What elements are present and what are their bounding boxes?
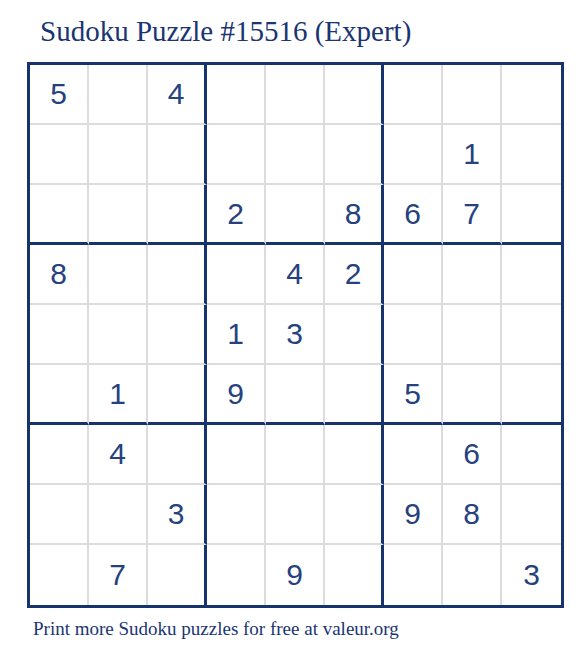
sudoku-cell-r1c2[interactable]	[89, 65, 148, 125]
sudoku-cell-r2c6[interactable]	[325, 125, 384, 185]
given-digit: 5	[404, 377, 421, 411]
sudoku-cell-r9c9[interactable]: 3	[502, 545, 561, 605]
sudoku-cell-r1c6[interactable]	[325, 65, 384, 125]
sudoku-cell-r9c7[interactable]	[384, 545, 443, 605]
sudoku-cell-r9c4[interactable]	[207, 545, 266, 605]
sudoku-cell-r9c8[interactable]	[443, 545, 502, 605]
sudoku-cell-r8c8[interactable]: 8	[443, 485, 502, 545]
sudoku-cell-r8c1[interactable]	[30, 485, 89, 545]
given-digit: 3	[286, 317, 303, 351]
sudoku-cell-r3c4[interactable]: 2	[207, 185, 266, 245]
sudoku-cell-r7c7[interactable]	[384, 425, 443, 485]
footer-credit: Print more Sudoku puzzles for free at va…	[33, 618, 580, 640]
sudoku-cell-r7c5[interactable]	[266, 425, 325, 485]
sudoku-cell-r5c3[interactable]	[148, 305, 207, 365]
page-title: Sudoku Puzzle #15516 (Expert)	[40, 15, 580, 48]
sudoku-cell-r1c4[interactable]	[207, 65, 266, 125]
sudoku-cell-r6c6[interactable]	[325, 365, 384, 425]
given-digit: 9	[404, 497, 421, 531]
sudoku-cell-r5c4[interactable]: 1	[207, 305, 266, 365]
sudoku-cell-r4c1[interactable]: 8	[30, 245, 89, 305]
given-digit: 7	[463, 197, 480, 231]
sudoku-cell-r3c1[interactable]	[30, 185, 89, 245]
sudoku-cell-r8c2[interactable]	[89, 485, 148, 545]
sudoku-cell-r9c1[interactable]	[30, 545, 89, 605]
sudoku-cell-r1c9[interactable]	[502, 65, 561, 125]
given-digit: 6	[463, 437, 480, 471]
sudoku-cell-r8c6[interactable]	[325, 485, 384, 545]
sudoku-cell-r3c5[interactable]	[266, 185, 325, 245]
sudoku-cell-r8c4[interactable]	[207, 485, 266, 545]
sudoku-cell-r4c4[interactable]	[207, 245, 266, 305]
sudoku-cell-r4c2[interactable]	[89, 245, 148, 305]
sudoku-cell-r7c6[interactable]	[325, 425, 384, 485]
sudoku-cell-r5c8[interactable]	[443, 305, 502, 365]
sudoku-cell-r5c2[interactable]	[89, 305, 148, 365]
sudoku-cell-r4c7[interactable]	[384, 245, 443, 305]
sudoku-cell-r8c5[interactable]	[266, 485, 325, 545]
given-digit: 8	[50, 257, 67, 291]
sudoku-cell-r2c8[interactable]: 1	[443, 125, 502, 185]
sudoku-cell-r6c2[interactable]: 1	[89, 365, 148, 425]
given-digit: 4	[286, 257, 303, 291]
given-digit: 4	[168, 77, 185, 111]
sudoku-cell-r4c9[interactable]	[502, 245, 561, 305]
sudoku-cell-r2c5[interactable]	[266, 125, 325, 185]
sudoku-cell-r3c3[interactable]	[148, 185, 207, 245]
sudoku-cell-r3c7[interactable]: 6	[384, 185, 443, 245]
sudoku-cell-r6c7[interactable]: 5	[384, 365, 443, 425]
sudoku-cell-r1c5[interactable]	[266, 65, 325, 125]
sudoku-cell-r6c3[interactable]	[148, 365, 207, 425]
sudoku-cell-r5c7[interactable]	[384, 305, 443, 365]
sudoku-cell-r9c2[interactable]: 7	[89, 545, 148, 605]
sudoku-cell-r3c2[interactable]	[89, 185, 148, 245]
given-digit: 9	[227, 377, 244, 411]
sudoku-cell-r5c6[interactable]	[325, 305, 384, 365]
sudoku-cell-r1c8[interactable]	[443, 65, 502, 125]
sudoku-cell-r2c2[interactable]	[89, 125, 148, 185]
sudoku-cell-r9c6[interactable]	[325, 545, 384, 605]
given-digit: 1	[109, 377, 126, 411]
sudoku-cell-r2c1[interactable]	[30, 125, 89, 185]
sudoku-cell-r7c4[interactable]	[207, 425, 266, 485]
given-digit: 3	[168, 497, 185, 531]
given-digit: 3	[523, 558, 540, 592]
sudoku-cell-r6c9[interactable]	[502, 365, 561, 425]
sudoku-cell-r1c3[interactable]: 4	[148, 65, 207, 125]
given-digit: 7	[109, 558, 126, 592]
sudoku-cell-r7c8[interactable]: 6	[443, 425, 502, 485]
given-digit: 4	[109, 437, 126, 471]
sudoku-cell-r1c1[interactable]: 5	[30, 65, 89, 125]
sudoku-cell-r3c9[interactable]	[502, 185, 561, 245]
given-digit: 1	[463, 137, 480, 171]
sudoku-board: 54128678421319546398793	[27, 62, 564, 608]
sudoku-cell-r7c3[interactable]	[148, 425, 207, 485]
given-digit: 6	[404, 197, 421, 231]
given-digit: 2	[345, 257, 362, 291]
sudoku-cell-r8c9[interactable]	[502, 485, 561, 545]
given-digit: 8	[345, 197, 362, 231]
given-digit: 8	[463, 497, 480, 531]
sudoku-cell-r9c5[interactable]: 9	[266, 545, 325, 605]
sudoku-cell-r7c1[interactable]	[30, 425, 89, 485]
sudoku-cell-r7c9[interactable]	[502, 425, 561, 485]
sudoku-cell-r5c9[interactable]	[502, 305, 561, 365]
given-digit: 9	[286, 558, 303, 592]
sudoku-cell-r4c3[interactable]	[148, 245, 207, 305]
sudoku-cell-r5c1[interactable]	[30, 305, 89, 365]
sudoku-cell-r4c5[interactable]: 4	[266, 245, 325, 305]
sudoku-cell-r8c3[interactable]: 3	[148, 485, 207, 545]
sudoku-cell-r7c2[interactable]: 4	[89, 425, 148, 485]
sudoku-cell-r6c1[interactable]	[30, 365, 89, 425]
sudoku-cell-r3c6[interactable]: 8	[325, 185, 384, 245]
sudoku-cell-r6c8[interactable]	[443, 365, 502, 425]
sudoku-cell-r9c3[interactable]	[148, 545, 207, 605]
sudoku-cell-r6c5[interactable]	[266, 365, 325, 425]
sudoku-cell-r4c8[interactable]	[443, 245, 502, 305]
sudoku-cell-r2c3[interactable]	[148, 125, 207, 185]
given-digit: 2	[227, 197, 244, 231]
given-digit: 5	[50, 77, 67, 111]
sudoku-cell-r2c9[interactable]	[502, 125, 561, 185]
given-digit: 1	[227, 317, 244, 351]
sudoku-cell-r8c7[interactable]: 9	[384, 485, 443, 545]
sudoku-cell-r6c4[interactable]: 9	[207, 365, 266, 425]
sudoku-cell-r1c7[interactable]	[384, 65, 443, 125]
sudoku-cell-r2c4[interactable]	[207, 125, 266, 185]
sudoku-cell-r4c6[interactable]: 2	[325, 245, 384, 305]
sudoku-cell-r5c5[interactable]: 3	[266, 305, 325, 365]
sudoku-cell-r2c7[interactable]	[384, 125, 443, 185]
sudoku-cell-r3c8[interactable]: 7	[443, 185, 502, 245]
